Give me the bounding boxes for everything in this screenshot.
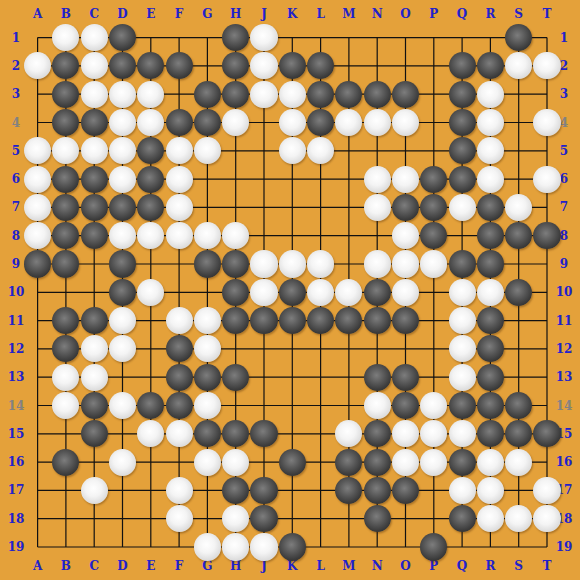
black-stone-F12 [166, 335, 193, 362]
black-stone-C4 [81, 109, 108, 136]
black-stone-Q6 [449, 166, 476, 193]
white-stone-O9 [392, 250, 419, 277]
white-stone-G16 [194, 449, 221, 476]
black-stone-F4 [166, 109, 193, 136]
white-stone-D6 [109, 166, 136, 193]
white-stone-O16 [392, 449, 419, 476]
black-stone-F14 [166, 392, 193, 419]
white-stone-T4 [533, 109, 560, 136]
row-label-left-8: 8 [12, 230, 20, 242]
column-label-bottom-H: H [230, 560, 241, 572]
black-stone-C15 [81, 420, 108, 447]
white-stone-L10 [307, 279, 334, 306]
white-stone-R17 [477, 477, 504, 504]
white-stone-T18 [533, 505, 560, 532]
black-stone-F2 [166, 52, 193, 79]
black-stone-G9 [194, 250, 221, 277]
black-stone-F13 [166, 364, 193, 391]
white-stone-L9 [307, 250, 334, 277]
column-label-top-C: C [89, 8, 99, 20]
row-label-left-5: 5 [12, 145, 20, 157]
black-stone-C7 [81, 194, 108, 221]
row-label-left-1: 1 [12, 32, 20, 44]
black-stone-O7 [392, 194, 419, 221]
black-stone-Q18 [449, 505, 476, 532]
column-label-bottom-G: G [202, 560, 212, 572]
white-stone-Q12 [449, 335, 476, 362]
black-stone-K11 [279, 307, 306, 334]
column-label-bottom-S: S [514, 560, 523, 572]
black-stone-J17 [250, 477, 277, 504]
black-stone-H9 [222, 250, 249, 277]
column-label-top-P: P [429, 8, 438, 20]
column-label-top-N: N [372, 8, 383, 20]
row-label-left-17: 17 [8, 484, 25, 496]
black-stone-B16 [52, 449, 79, 476]
column-label-top-Q: Q [457, 8, 467, 20]
white-stone-A6 [24, 166, 51, 193]
white-stone-T2 [533, 52, 560, 79]
white-stone-D3 [109, 81, 136, 108]
column-label-top-H: H [230, 8, 241, 20]
black-stone-N11 [364, 307, 391, 334]
white-stone-F17 [166, 477, 193, 504]
white-stone-Q7 [449, 194, 476, 221]
black-stone-Q14 [449, 392, 476, 419]
black-stone-C6 [81, 166, 108, 193]
black-stone-Q2 [449, 52, 476, 79]
column-label-top-S: S [514, 8, 523, 20]
black-stone-G13 [194, 364, 221, 391]
white-stone-J2 [250, 52, 277, 79]
column-label-bottom-Q: Q [457, 560, 467, 572]
black-stone-C11 [81, 307, 108, 334]
white-stone-R4 [477, 109, 504, 136]
black-stone-Q9 [449, 250, 476, 277]
black-stone-K19 [279, 533, 306, 560]
white-stone-R10 [477, 279, 504, 306]
white-stone-J1 [250, 24, 277, 51]
column-label-top-K: K [287, 8, 297, 20]
white-stone-K3 [279, 81, 306, 108]
row-label-right-1: 1 [560, 32, 568, 44]
row-label-left-18: 18 [8, 513, 25, 525]
black-stone-K16 [279, 449, 306, 476]
white-stone-H19 [222, 533, 249, 560]
black-stone-P6 [420, 166, 447, 193]
white-stone-O4 [392, 109, 419, 136]
white-stone-T17 [533, 477, 560, 504]
white-stone-H16 [222, 449, 249, 476]
black-stone-R14 [477, 392, 504, 419]
black-stone-R13 [477, 364, 504, 391]
row-label-right-4: 4 [560, 117, 568, 129]
row-label-right-16: 16 [556, 456, 573, 468]
white-stone-Q10 [449, 279, 476, 306]
white-stone-C17 [81, 477, 108, 504]
row-label-left-14: 14 [8, 400, 25, 412]
white-stone-C1 [81, 24, 108, 51]
column-label-bottom-L: L [316, 560, 324, 572]
black-stone-O17 [392, 477, 419, 504]
white-stone-G19 [194, 533, 221, 560]
white-stone-F7 [166, 194, 193, 221]
column-label-bottom-B: B [61, 560, 71, 572]
black-stone-M16 [335, 449, 362, 476]
row-label-left-11: 11 [8, 315, 25, 327]
column-label-top-F: F [175, 8, 184, 20]
white-stone-K4 [279, 109, 306, 136]
white-stone-N9 [364, 250, 391, 277]
row-label-left-13: 13 [8, 371, 25, 383]
column-label-top-O: O [400, 8, 410, 20]
white-stone-K9 [279, 250, 306, 277]
black-stone-O13 [392, 364, 419, 391]
black-stone-H13 [222, 364, 249, 391]
white-stone-Q15 [449, 420, 476, 447]
column-label-bottom-O: O [400, 560, 410, 572]
column-label-top-B: B [61, 8, 71, 20]
black-stone-J11 [250, 307, 277, 334]
row-label-left-15: 15 [8, 428, 25, 440]
black-stone-N18 [364, 505, 391, 532]
column-label-top-D: D [117, 8, 127, 20]
row-label-right-14: 14 [556, 400, 573, 412]
white-stone-N14 [364, 392, 391, 419]
white-stone-N4 [364, 109, 391, 136]
black-stone-J15 [250, 420, 277, 447]
black-stone-Q3 [449, 81, 476, 108]
black-stone-Q5 [449, 137, 476, 164]
white-stone-C5 [81, 137, 108, 164]
black-stone-H10 [222, 279, 249, 306]
column-label-bottom-R: R [485, 560, 495, 572]
column-label-bottom-C: C [89, 560, 99, 572]
white-stone-F5 [166, 137, 193, 164]
white-stone-N7 [364, 194, 391, 221]
column-label-top-G: G [202, 8, 212, 20]
row-label-right-10: 10 [556, 286, 573, 298]
white-stone-Q13 [449, 364, 476, 391]
column-label-bottom-T: T [543, 560, 552, 572]
column-label-bottom-F: F [175, 560, 184, 572]
black-stone-R7 [477, 194, 504, 221]
row-label-left-6: 6 [12, 173, 20, 185]
black-stone-T15 [533, 420, 560, 447]
white-stone-P16 [420, 449, 447, 476]
white-stone-S16 [505, 449, 532, 476]
white-stone-J9 [250, 250, 277, 277]
column-label-top-T: T [543, 8, 552, 20]
row-label-right-19: 19 [556, 541, 573, 553]
white-stone-F11 [166, 307, 193, 334]
black-stone-N3 [364, 81, 391, 108]
row-label-left-16: 16 [8, 456, 25, 468]
black-stone-O14 [392, 392, 419, 419]
column-label-top-E: E [146, 8, 155, 20]
go-board[interactable]: AABBCCDDEEFFGGHHJJKKLLMMNNOOPPQQRRSSTT11… [0, 0, 580, 580]
black-stone-C14 [81, 392, 108, 419]
white-stone-J10 [250, 279, 277, 306]
white-stone-E3 [137, 81, 164, 108]
black-stone-L3 [307, 81, 334, 108]
black-stone-N13 [364, 364, 391, 391]
row-label-right-12: 12 [556, 343, 573, 355]
white-stone-D14 [109, 392, 136, 419]
column-label-top-L: L [316, 8, 324, 20]
white-stone-F6 [166, 166, 193, 193]
row-label-left-12: 12 [8, 343, 25, 355]
column-label-bottom-A: A [33, 560, 42, 572]
white-stone-R6 [477, 166, 504, 193]
row-label-left-7: 7 [12, 201, 20, 213]
white-stone-F18 [166, 505, 193, 532]
column-label-bottom-P: P [429, 560, 438, 572]
row-label-right-6: 6 [560, 173, 568, 185]
black-stone-P19 [420, 533, 447, 560]
black-stone-J18 [250, 505, 277, 532]
black-stone-H3 [222, 81, 249, 108]
row-label-right-3: 3 [560, 88, 568, 100]
black-stone-T8 [533, 222, 560, 249]
column-label-top-A: A [33, 8, 42, 20]
column-label-top-R: R [485, 8, 495, 20]
row-label-right-8: 8 [560, 230, 568, 242]
column-label-bottom-N: N [372, 560, 383, 572]
black-stone-R11 [477, 307, 504, 334]
row-label-right-5: 5 [560, 145, 568, 157]
black-stone-G4 [194, 109, 221, 136]
row-label-left-2: 2 [12, 60, 20, 72]
black-stone-N10 [364, 279, 391, 306]
white-stone-G11 [194, 307, 221, 334]
white-stone-P9 [420, 250, 447, 277]
black-stone-Q16 [449, 449, 476, 476]
black-stone-E6 [137, 166, 164, 193]
black-stone-R9 [477, 250, 504, 277]
white-stone-C13 [81, 364, 108, 391]
row-label-right-11: 11 [556, 315, 573, 327]
white-stone-D4 [109, 109, 136, 136]
row-label-right-13: 13 [556, 371, 573, 383]
column-label-bottom-E: E [146, 560, 155, 572]
row-label-left-9: 9 [12, 258, 20, 270]
column-label-bottom-M: M [342, 560, 355, 572]
white-stone-R3 [477, 81, 504, 108]
black-stone-N15 [364, 420, 391, 447]
black-stone-C8 [81, 222, 108, 249]
black-stone-B6 [52, 166, 79, 193]
black-stone-K10 [279, 279, 306, 306]
black-stone-Q4 [449, 109, 476, 136]
white-stone-T6 [533, 166, 560, 193]
white-stone-O10 [392, 279, 419, 306]
black-stone-N17 [364, 477, 391, 504]
row-label-left-19: 19 [8, 541, 25, 553]
white-stone-A7 [24, 194, 51, 221]
black-stone-D9 [109, 250, 136, 277]
column-label-bottom-J: J [261, 560, 267, 572]
white-stone-Q11 [449, 307, 476, 334]
black-stone-S10 [505, 279, 532, 306]
white-stone-D16 [109, 449, 136, 476]
black-stone-D10 [109, 279, 136, 306]
row-label-right-2: 2 [560, 60, 568, 72]
row-label-left-10: 10 [8, 286, 25, 298]
black-stone-G3 [194, 81, 221, 108]
white-stone-F15 [166, 420, 193, 447]
white-stone-J3 [250, 81, 277, 108]
black-stone-N16 [364, 449, 391, 476]
white-stone-N6 [364, 166, 391, 193]
white-stone-O6 [392, 166, 419, 193]
column-label-top-M: M [342, 8, 355, 20]
row-label-left-4: 4 [12, 117, 20, 129]
column-label-bottom-K: K [287, 560, 297, 572]
white-stone-Q17 [449, 477, 476, 504]
white-stone-R16 [477, 449, 504, 476]
row-label-right-9: 9 [560, 258, 568, 270]
column-label-top-J: J [261, 8, 267, 20]
column-label-bottom-D: D [117, 560, 127, 572]
white-stone-J19 [250, 533, 277, 560]
black-stone-D7 [109, 194, 136, 221]
black-stone-B9 [52, 250, 79, 277]
row-label-right-7: 7 [560, 201, 568, 213]
white-stone-G14 [194, 392, 221, 419]
white-stone-F8 [166, 222, 193, 249]
row-label-left-3: 3 [12, 88, 20, 100]
white-stone-C3 [81, 81, 108, 108]
black-stone-O3 [392, 81, 419, 108]
black-stone-A9 [24, 250, 51, 277]
